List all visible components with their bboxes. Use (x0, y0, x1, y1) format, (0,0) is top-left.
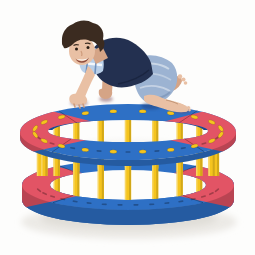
rim-slot (125, 151, 130, 153)
boy-eye-right (87, 46, 90, 49)
scene-image (0, 0, 255, 255)
boy (62, 20, 191, 113)
rim-button (139, 150, 146, 154)
rim-button (110, 150, 117, 154)
rim-button (139, 109, 146, 113)
boy-eye-left (75, 48, 78, 51)
photo-stage (0, 0, 255, 255)
rim-button (110, 109, 117, 113)
